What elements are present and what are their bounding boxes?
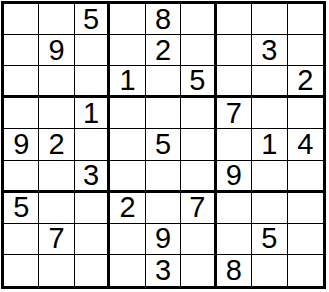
digit: 9: [226, 161, 242, 190]
sudoku-page: 5892315217925143952779538: [0, 0, 329, 292]
digit: 5: [155, 130, 171, 159]
cell-r4c5-empty[interactable]: [146, 98, 181, 129]
cell-r5c5-given-5[interactable]: 5: [146, 129, 181, 160]
cell-r1c8-empty[interactable]: [252, 4, 287, 35]
cell-r8c9-empty[interactable]: [288, 224, 323, 255]
digit: 5: [83, 5, 99, 34]
digit: 8: [155, 5, 171, 34]
cell-r7c4-given-2[interactable]: 2: [110, 193, 145, 224]
cell-r2c2-given-9[interactable]: 9: [39, 35, 74, 66]
cell-r8c6-empty[interactable]: [181, 224, 216, 255]
cell-r1c4-empty[interactable]: [110, 4, 145, 35]
digit: 9: [155, 224, 171, 253]
cell-r4c8-empty[interactable]: [252, 98, 287, 129]
cell-r2c7-empty[interactable]: [217, 35, 252, 66]
cell-r1c9-empty[interactable]: [288, 4, 323, 35]
cell-r2c3-empty[interactable]: [75, 35, 110, 66]
cell-r5c9-given-4[interactable]: 4: [288, 129, 323, 160]
cell-r7c3-empty[interactable]: [75, 193, 110, 224]
cell-r9c1-empty[interactable]: [4, 255, 39, 286]
digit: 5: [189, 66, 205, 95]
cell-r6c5-empty[interactable]: [146, 161, 181, 193]
digit: 1: [119, 66, 135, 95]
digit: 9: [49, 36, 65, 65]
cell-r2c1-empty[interactable]: [4, 35, 39, 66]
cell-r8c7-empty[interactable]: [217, 224, 252, 255]
digit: 7: [189, 193, 205, 222]
cell-r3c2-empty[interactable]: [39, 66, 74, 98]
cell-r3c1-empty[interactable]: [4, 66, 39, 98]
cell-r3c6-given-5[interactable]: 5: [181, 66, 216, 98]
cell-r6c3-given-3[interactable]: 3: [75, 161, 110, 193]
cell-r4c6-empty[interactable]: [181, 98, 216, 129]
cell-r7c6-given-7[interactable]: 7: [181, 193, 216, 224]
cell-r6c2-empty[interactable]: [39, 161, 74, 193]
cell-r1c5-given-8[interactable]: 8: [146, 4, 181, 35]
digit: 5: [13, 193, 29, 222]
cell-r5c1-given-9[interactable]: 9: [4, 129, 39, 160]
cell-r7c8-empty[interactable]: [252, 193, 287, 224]
cell-r8c4-empty[interactable]: [110, 224, 145, 255]
digit: 1: [83, 99, 99, 128]
cell-r3c9-given-2[interactable]: 2: [288, 66, 323, 98]
cell-r4c1-empty[interactable]: [4, 98, 39, 129]
cell-r3c8-empty[interactable]: [252, 66, 287, 98]
cell-r4c3-given-1[interactable]: 1: [75, 98, 110, 129]
digit: 8: [226, 256, 242, 285]
cell-r5c6-empty[interactable]: [181, 129, 216, 160]
digit: 3: [155, 256, 171, 285]
cell-r2c6-empty[interactable]: [181, 35, 216, 66]
digit: 7: [49, 224, 65, 253]
digit: 3: [261, 36, 277, 65]
cell-r5c7-empty[interactable]: [217, 129, 252, 160]
cell-r9c3-empty[interactable]: [75, 255, 110, 286]
cell-r8c5-given-9[interactable]: 9: [146, 224, 181, 255]
cell-r9c7-given-8[interactable]: 8: [217, 255, 252, 286]
cell-r3c3-empty[interactable]: [75, 66, 110, 98]
cell-r9c6-empty[interactable]: [181, 255, 216, 286]
cell-r9c5-given-3[interactable]: 3: [146, 255, 181, 286]
cell-r1c7-empty[interactable]: [217, 4, 252, 35]
cell-r2c4-empty[interactable]: [110, 35, 145, 66]
digit: 2: [49, 130, 65, 159]
cell-r4c4-empty[interactable]: [110, 98, 145, 129]
digit: 2: [155, 36, 171, 65]
digit: 1: [261, 130, 277, 159]
digit: 4: [297, 130, 313, 159]
cell-r8c1-empty[interactable]: [4, 224, 39, 255]
cell-r9c9-empty[interactable]: [288, 255, 323, 286]
cell-r7c7-empty[interactable]: [217, 193, 252, 224]
cell-r4c2-empty[interactable]: [39, 98, 74, 129]
digit: 2: [119, 193, 135, 222]
cell-r2c9-empty[interactable]: [288, 35, 323, 66]
cell-r6c8-empty[interactable]: [252, 161, 287, 193]
cell-r9c2-empty[interactable]: [39, 255, 74, 286]
cell-r7c9-empty[interactable]: [288, 193, 323, 224]
cell-r6c9-empty[interactable]: [288, 161, 323, 193]
cell-r8c8-given-5[interactable]: 5: [252, 224, 287, 255]
cell-r4c9-empty[interactable]: [288, 98, 323, 129]
digit: 2: [297, 66, 313, 95]
cell-r5c4-empty[interactable]: [110, 129, 145, 160]
cell-r5c3-empty[interactable]: [75, 129, 110, 160]
sudoku-board: 5892315217925143952779538: [1, 1, 326, 289]
cell-r7c2-empty[interactable]: [39, 193, 74, 224]
cell-r7c1-given-5[interactable]: 5: [4, 193, 39, 224]
cell-r4c7-given-7[interactable]: 7: [217, 98, 252, 129]
cell-r5c2-given-2[interactable]: 2: [39, 129, 74, 160]
cell-r3c5-empty[interactable]: [146, 66, 181, 98]
cell-r1c6-empty[interactable]: [181, 4, 216, 35]
digit: 9: [13, 130, 29, 159]
cell-r1c3-given-5[interactable]: 5: [75, 4, 110, 35]
cell-r2c8-given-3[interactable]: 3: [252, 35, 287, 66]
cell-r2c5-given-2[interactable]: 2: [146, 35, 181, 66]
cell-r6c7-given-9[interactable]: 9: [217, 161, 252, 193]
cell-r3c4-given-1[interactable]: 1: [110, 66, 145, 98]
cell-r6c4-empty[interactable]: [110, 161, 145, 193]
cell-r5c8-given-1[interactable]: 1: [252, 129, 287, 160]
digit: 3: [83, 161, 99, 190]
cell-r3c7-empty[interactable]: [217, 66, 252, 98]
cell-r8c3-empty[interactable]: [75, 224, 110, 255]
cell-r1c1-empty[interactable]: [4, 4, 39, 35]
digit: 5: [261, 224, 277, 253]
cell-r6c6-empty[interactable]: [181, 161, 216, 193]
cell-r9c8-empty[interactable]: [252, 255, 287, 286]
cell-r8c2-given-7[interactable]: 7: [39, 224, 74, 255]
cell-r1c2-empty[interactable]: [39, 4, 74, 35]
cell-r9c4-empty[interactable]: [110, 255, 145, 286]
digit: 7: [226, 99, 242, 128]
cell-r7c5-empty[interactable]: [146, 193, 181, 224]
cell-r6c1-empty[interactable]: [4, 161, 39, 193]
